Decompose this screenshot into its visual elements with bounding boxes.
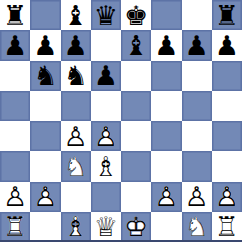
black-pawn-icon: ♟ <box>151 30 181 60</box>
white-pawn-piece[interactable]: ♟♙ <box>212 182 242 212</box>
square-f5[interactable] <box>151 91 181 121</box>
white-king-piece[interactable]: ♚♔ <box>121 212 151 242</box>
black-bishop-icon: ♝ <box>121 30 151 60</box>
square-c1[interactable]: ♝♗ <box>61 212 91 242</box>
black-bishop-piece[interactable]: ♝ <box>121 30 151 60</box>
square-g1[interactable]: ♞♘ <box>182 212 212 242</box>
black-rook-icon: ♜ <box>0 0 30 30</box>
white-rook-icon: ♜ <box>212 212 242 242</box>
square-a2[interactable]: ♟♙ <box>0 182 30 212</box>
black-pawn-piece[interactable]: ♟ <box>30 30 60 60</box>
black-king-piece[interactable]: ♚ <box>121 0 151 30</box>
black-pawn-icon: ♟ <box>212 30 242 60</box>
square-e5[interactable] <box>121 91 151 121</box>
black-rook-piece[interactable]: ♜ <box>0 0 30 30</box>
square-f7[interactable]: ♟ <box>151 30 181 60</box>
black-bishop-piece[interactable]: ♝ <box>61 0 91 30</box>
square-d4[interactable]: ♟♙ <box>91 121 121 151</box>
white-pawn-outline-icon: ♙ <box>0 182 30 212</box>
white-pawn-outline-icon: ♙ <box>151 182 181 212</box>
square-b8[interactable] <box>30 0 60 30</box>
square-e4[interactable] <box>121 121 151 151</box>
square-a3[interactable] <box>0 151 30 181</box>
square-g2[interactable]: ♟♙ <box>182 182 212 212</box>
black-pawn-icon: ♟ <box>30 30 60 60</box>
white-rook-piece[interactable]: ♜♖ <box>212 212 242 242</box>
white-pawn-outline-icon: ♙ <box>182 182 212 212</box>
square-h8[interactable]: ♜ <box>212 0 242 30</box>
square-b5[interactable] <box>30 91 60 121</box>
square-b2[interactable]: ♟♙ <box>30 182 60 212</box>
white-pawn-outline-icon: ♙ <box>61 121 91 151</box>
white-knight-piece[interactable]: ♞♘ <box>182 212 212 242</box>
white-pawn-piece[interactable]: ♟♙ <box>182 182 212 212</box>
white-bishop-outline-icon: ♗ <box>91 151 121 181</box>
square-h1[interactable]: ♜♖ <box>212 212 242 242</box>
square-a7[interactable]: ♟ <box>0 30 30 60</box>
black-bishop-icon: ♝ <box>61 0 91 30</box>
white-rook-outline-icon: ♖ <box>0 212 30 242</box>
black-pawn-piece[interactable]: ♟ <box>61 30 91 60</box>
white-pawn-piece[interactable]: ♟♙ <box>30 182 60 212</box>
white-pawn-outline-icon: ♙ <box>212 182 242 212</box>
white-pawn-outline-icon: ♙ <box>30 182 60 212</box>
square-a8[interactable]: ♜ <box>0 0 30 30</box>
white-bishop-icon: ♝ <box>91 151 121 181</box>
square-d3[interactable]: ♝♗ <box>91 151 121 181</box>
white-rook-icon: ♜ <box>0 212 30 242</box>
square-a6[interactable] <box>0 61 30 91</box>
square-a4[interactable] <box>0 121 30 151</box>
white-bishop-outline-icon: ♗ <box>61 212 91 242</box>
black-pawn-icon: ♟ <box>61 30 91 60</box>
black-pawn-piece[interactable]: ♟ <box>151 30 181 60</box>
square-g7[interactable]: ♟ <box>182 30 212 60</box>
white-rook-outline-icon: ♖ <box>212 212 242 242</box>
black-knight-icon: ♞ <box>30 61 60 91</box>
white-king-outline-icon: ♔ <box>121 212 151 242</box>
square-b7[interactable]: ♟ <box>30 30 60 60</box>
square-e6[interactable] <box>121 61 151 91</box>
white-pawn-icon: ♟ <box>182 182 212 212</box>
black-knight-icon: ♞ <box>61 61 91 91</box>
white-knight-piece[interactable]: ♞♘ <box>61 151 91 181</box>
white-pawn-icon: ♟ <box>212 182 242 212</box>
white-knight-icon: ♞ <box>182 212 212 242</box>
white-pawn-icon: ♟ <box>91 121 121 151</box>
square-b1[interactable] <box>30 212 60 242</box>
square-f8[interactable] <box>151 0 181 30</box>
square-c8[interactable]: ♝ <box>61 0 91 30</box>
black-pawn-piece[interactable]: ♟ <box>182 30 212 60</box>
white-rook-piece[interactable]: ♜♖ <box>0 212 30 242</box>
black-pawn-icon: ♟ <box>91 61 121 91</box>
square-e7[interactable]: ♝ <box>121 30 151 60</box>
square-d8[interactable]: ♛ <box>91 0 121 30</box>
square-d1[interactable]: ♛♕ <box>91 212 121 242</box>
square-d6[interactable]: ♟ <box>91 61 121 91</box>
square-h4[interactable] <box>212 121 242 151</box>
square-c4[interactable]: ♟♙ <box>61 121 91 151</box>
black-knight-piece[interactable]: ♞ <box>61 61 91 91</box>
white-pawn-piece[interactable]: ♟♙ <box>61 121 91 151</box>
square-e8[interactable]: ♚ <box>121 0 151 30</box>
square-g5[interactable] <box>182 91 212 121</box>
square-f2[interactable]: ♟♙ <box>151 182 181 212</box>
white-pawn-icon: ♟ <box>61 121 91 151</box>
white-pawn-piece[interactable]: ♟♙ <box>151 182 181 212</box>
square-a5[interactable] <box>0 91 30 121</box>
square-b3[interactable] <box>30 151 60 181</box>
black-queen-icon: ♛ <box>91 0 121 30</box>
white-knight-icon: ♞ <box>61 151 91 181</box>
square-g8[interactable] <box>182 0 212 30</box>
square-d7[interactable] <box>91 30 121 60</box>
square-c6[interactable]: ♞ <box>61 61 91 91</box>
white-pawn-piece[interactable]: ♟♙ <box>91 121 121 151</box>
square-d2[interactable] <box>91 182 121 212</box>
white-pawn-icon: ♟ <box>30 182 60 212</box>
square-f1[interactable] <box>151 212 181 242</box>
black-pawn-icon: ♟ <box>182 30 212 60</box>
black-rook-icon: ♜ <box>212 0 242 30</box>
white-king-icon: ♚ <box>121 212 151 242</box>
square-f3[interactable] <box>151 151 181 181</box>
black-rook-piece[interactable]: ♜ <box>212 0 242 30</box>
black-queen-piece[interactable]: ♛ <box>91 0 121 30</box>
white-bishop-icon: ♝ <box>61 212 91 242</box>
white-pawn-icon: ♟ <box>0 182 30 212</box>
black-pawn-icon: ♟ <box>0 30 30 60</box>
square-h2[interactable]: ♟♙ <box>212 182 242 212</box>
square-h5[interactable] <box>212 91 242 121</box>
square-c5[interactable] <box>61 91 91 121</box>
white-bishop-piece[interactable]: ♝♗ <box>61 212 91 242</box>
square-e2[interactable] <box>121 182 151 212</box>
black-pawn-piece[interactable]: ♟ <box>0 30 30 60</box>
chess-board[interactable]: ♜♝♛♚♜♟♟♟♝♟♟♟♞♞♟♟♙♟♙♞♘♝♗♟♙♟♙♟♙♟♙♟♙♜♖♝♗♛♕♚… <box>0 0 242 242</box>
white-queen-icon: ♛ <box>91 212 121 242</box>
square-e3[interactable] <box>121 151 151 181</box>
square-g6[interactable] <box>182 61 212 91</box>
black-king-icon: ♚ <box>121 0 151 30</box>
white-pawn-icon: ♟ <box>151 182 181 212</box>
square-f6[interactable] <box>151 61 181 91</box>
square-h3[interactable] <box>212 151 242 181</box>
square-b4[interactable] <box>30 121 60 151</box>
square-h7[interactable]: ♟ <box>212 30 242 60</box>
square-f4[interactable] <box>151 121 181 151</box>
white-knight-outline-icon: ♘ <box>182 212 212 242</box>
white-bishop-piece[interactable]: ♝♗ <box>91 151 121 181</box>
square-a1[interactable]: ♜♖ <box>0 212 30 242</box>
square-c2[interactable] <box>61 182 91 212</box>
square-g4[interactable] <box>182 121 212 151</box>
square-g3[interactable] <box>182 151 212 181</box>
white-queen-piece[interactable]: ♛♕ <box>91 212 121 242</box>
square-d5[interactable] <box>91 91 121 121</box>
white-queen-outline-icon: ♕ <box>91 212 121 242</box>
white-knight-outline-icon: ♘ <box>61 151 91 181</box>
black-knight-piece[interactable]: ♞ <box>30 61 60 91</box>
white-pawn-piece[interactable]: ♟♙ <box>0 182 30 212</box>
white-pawn-outline-icon: ♙ <box>91 121 121 151</box>
square-h6[interactable] <box>212 61 242 91</box>
black-pawn-piece[interactable]: ♟ <box>91 61 121 91</box>
square-c7[interactable]: ♟ <box>61 30 91 60</box>
square-e1[interactable]: ♚♔ <box>121 212 151 242</box>
square-c3[interactable]: ♞♘ <box>61 151 91 181</box>
black-pawn-piece[interactable]: ♟ <box>212 30 242 60</box>
square-b6[interactable]: ♞ <box>30 61 60 91</box>
